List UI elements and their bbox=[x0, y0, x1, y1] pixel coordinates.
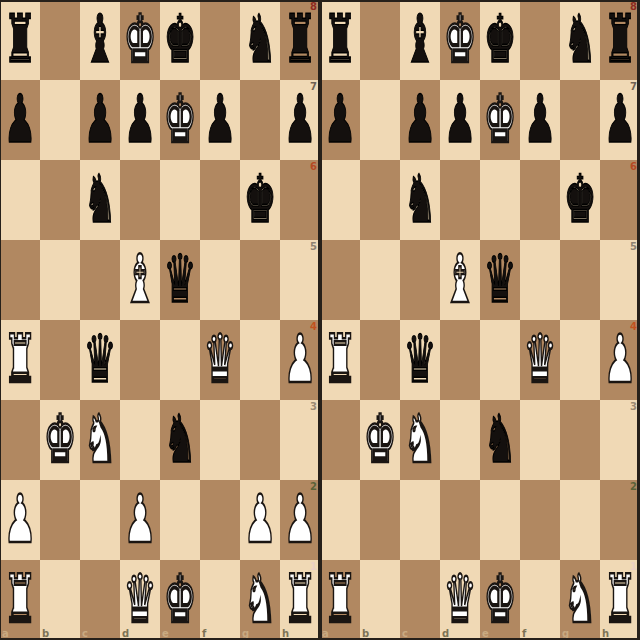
piece-white-king: ♚ bbox=[163, 566, 196, 633]
square-a1[interactable]: ♜a bbox=[320, 560, 360, 640]
square-e7[interactable]: ♚ bbox=[480, 80, 520, 160]
piece-white-queen: ♛ bbox=[523, 326, 556, 393]
square-e6[interactable] bbox=[480, 160, 520, 240]
square-d1[interactable]: ♛d bbox=[120, 560, 160, 640]
square-e8[interactable]: ♚ bbox=[160, 0, 200, 80]
piece-black-queen: ♛ bbox=[163, 246, 196, 313]
piece-white-bishop: ♝ bbox=[123, 246, 156, 313]
piece-black-pawn: ♟ bbox=[83, 86, 116, 153]
square-f7[interactable]: ♟ bbox=[200, 80, 240, 160]
square-f6[interactable] bbox=[520, 160, 560, 240]
square-b7[interactable] bbox=[40, 80, 80, 160]
rank-label-5: 5 bbox=[310, 242, 317, 252]
square-a8[interactable]: ♜ bbox=[0, 0, 40, 80]
square-h1[interactable]: ♜1h bbox=[600, 560, 640, 640]
square-c3[interactable]: ♞ bbox=[80, 400, 120, 480]
square-d2[interactable] bbox=[440, 480, 480, 560]
square-d5[interactable]: ♝ bbox=[440, 240, 480, 320]
piece-black-knight: ♞ bbox=[83, 166, 116, 233]
square-c8[interactable]: ♝ bbox=[400, 0, 440, 80]
piece-white-rook: ♜ bbox=[603, 566, 636, 633]
square-e5[interactable]: ♛ bbox=[480, 240, 520, 320]
square-f5[interactable] bbox=[520, 240, 560, 320]
square-f3[interactable] bbox=[200, 400, 240, 480]
board-divider bbox=[318, 0, 322, 640]
piece-black-knight: ♞ bbox=[403, 166, 436, 233]
rank-label-8: 8 bbox=[630, 2, 637, 12]
rank-label-1: 1 bbox=[630, 562, 637, 572]
rank-label-8: 8 bbox=[310, 2, 317, 12]
piece-white-rook: ♜ bbox=[323, 326, 356, 393]
square-b3[interactable]: ♚ bbox=[40, 400, 80, 480]
square-h7[interactable]: ♟7 bbox=[600, 80, 640, 160]
piece-white-king: ♚ bbox=[43, 406, 76, 473]
square-h7[interactable]: ♟7 bbox=[280, 80, 320, 160]
square-f2[interactable] bbox=[200, 480, 240, 560]
piece-black-pawn: ♟ bbox=[403, 86, 436, 153]
square-a1[interactable]: ♜a bbox=[0, 560, 40, 640]
piece-black-king: ♚ bbox=[243, 166, 276, 233]
rank-label-1: 1 bbox=[310, 562, 317, 572]
square-g3[interactable] bbox=[560, 400, 600, 480]
rank-label-4: 4 bbox=[630, 322, 637, 332]
piece-black-king: ♚ bbox=[563, 166, 596, 233]
square-e4[interactable] bbox=[160, 320, 200, 400]
square-g8[interactable]: ♞ bbox=[240, 0, 280, 80]
piece-black-rook: ♜ bbox=[323, 6, 356, 73]
square-f1[interactable]: f bbox=[520, 560, 560, 640]
piece-white-rook: ♜ bbox=[323, 566, 356, 633]
square-e1[interactable]: ♚e bbox=[480, 560, 520, 640]
piece-black-knight: ♞ bbox=[163, 406, 196, 473]
piece-black-pawn: ♟ bbox=[283, 86, 316, 153]
border-top bbox=[0, 0, 640, 2]
square-c7[interactable]: ♟ bbox=[400, 80, 440, 160]
piece-black-knight: ♞ bbox=[243, 6, 276, 73]
square-c2[interactable] bbox=[80, 480, 120, 560]
square-e2[interactable] bbox=[480, 480, 520, 560]
square-b6[interactable] bbox=[360, 160, 400, 240]
square-d7[interactable]: ♟ bbox=[440, 80, 480, 160]
square-e2[interactable] bbox=[160, 480, 200, 560]
square-e3[interactable]: ♞ bbox=[480, 400, 520, 480]
piece-white-king: ♚ bbox=[123, 6, 156, 73]
square-g7[interactable] bbox=[560, 80, 600, 160]
square-b5[interactable] bbox=[360, 240, 400, 320]
dual-chess-diagram: ♜♝♚♚♞♜8♟♟♟♚♟♟7♞♚6♝♛5♜♛♛♟4♚♞♞3♟♟♟♟2♜abc♛d… bbox=[0, 0, 640, 640]
rank-label-7: 7 bbox=[630, 82, 637, 92]
square-c5[interactable] bbox=[400, 240, 440, 320]
square-a5[interactable] bbox=[0, 240, 40, 320]
square-c3[interactable]: ♞ bbox=[400, 400, 440, 480]
square-g8[interactable]: ♞ bbox=[560, 0, 600, 80]
square-g5[interactable] bbox=[240, 240, 280, 320]
piece-white-queen: ♛ bbox=[203, 326, 236, 393]
square-e3[interactable]: ♞ bbox=[160, 400, 200, 480]
square-c5[interactable] bbox=[80, 240, 120, 320]
square-h3[interactable]: 3 bbox=[600, 400, 640, 480]
square-f5[interactable] bbox=[200, 240, 240, 320]
square-b8[interactable] bbox=[360, 0, 400, 80]
square-g5[interactable] bbox=[560, 240, 600, 320]
piece-black-queen: ♛ bbox=[83, 326, 116, 393]
chess-board-left: ♜♝♚♚♞♜8♟♟♟♚♟♟7♞♚6♝♛5♜♛♛♟4♚♞♞3♟♟♟♟2♜abc♛d… bbox=[0, 0, 320, 640]
rank-label-2: 2 bbox=[310, 482, 317, 492]
square-h1[interactable]: ♜1h bbox=[280, 560, 320, 640]
square-h5[interactable]: 5 bbox=[600, 240, 640, 320]
square-f4[interactable]: ♛ bbox=[520, 320, 560, 400]
square-f6[interactable] bbox=[200, 160, 240, 240]
square-d5[interactable]: ♝ bbox=[120, 240, 160, 320]
piece-white-pawn: ♟ bbox=[243, 486, 276, 553]
square-c8[interactable]: ♝ bbox=[80, 0, 120, 80]
square-a2[interactable] bbox=[320, 480, 360, 560]
square-b2[interactable] bbox=[40, 480, 80, 560]
piece-black-bishop: ♝ bbox=[403, 6, 436, 73]
square-c6[interactable]: ♞ bbox=[80, 160, 120, 240]
piece-black-pawn: ♟ bbox=[523, 86, 556, 153]
square-b2[interactable] bbox=[360, 480, 400, 560]
piece-white-pawn: ♟ bbox=[283, 486, 316, 553]
piece-white-pawn: ♟ bbox=[123, 486, 156, 553]
square-c4[interactable]: ♛ bbox=[80, 320, 120, 400]
square-e7[interactable]: ♚ bbox=[160, 80, 200, 160]
square-a4[interactable]: ♜ bbox=[320, 320, 360, 400]
square-g4[interactable] bbox=[560, 320, 600, 400]
piece-white-bishop: ♝ bbox=[443, 246, 476, 313]
piece-black-bishop: ♝ bbox=[83, 6, 116, 73]
square-e4[interactable] bbox=[480, 320, 520, 400]
square-b8[interactable] bbox=[40, 0, 80, 80]
square-d3[interactable] bbox=[120, 400, 160, 480]
square-h4[interactable]: ♟4 bbox=[600, 320, 640, 400]
piece-white-knight: ♞ bbox=[243, 566, 276, 633]
square-g6[interactable]: ♚ bbox=[560, 160, 600, 240]
square-h6[interactable]: 6 bbox=[280, 160, 320, 240]
square-d8[interactable]: ♚ bbox=[120, 0, 160, 80]
piece-black-pawn: ♟ bbox=[323, 86, 356, 153]
piece-black-pawn: ♟ bbox=[443, 86, 476, 153]
piece-white-rook: ♜ bbox=[3, 566, 36, 633]
piece-black-king: ♚ bbox=[483, 6, 516, 73]
rank-label-6: 6 bbox=[630, 162, 637, 172]
piece-white-pawn: ♟ bbox=[603, 326, 636, 393]
rank-label-3: 3 bbox=[310, 402, 317, 412]
piece-black-pawn: ♟ bbox=[123, 86, 156, 153]
square-h3[interactable]: 3 bbox=[280, 400, 320, 480]
piece-white-queen: ♛ bbox=[123, 566, 156, 633]
square-b1[interactable]: b bbox=[360, 560, 400, 640]
square-d8[interactable]: ♚ bbox=[440, 0, 480, 80]
border-left bbox=[0, 0, 1, 640]
square-a2[interactable]: ♟ bbox=[0, 480, 40, 560]
rank-label-6: 6 bbox=[310, 162, 317, 172]
piece-black-queen: ♛ bbox=[483, 246, 516, 313]
square-c6[interactable]: ♞ bbox=[400, 160, 440, 240]
square-h5[interactable]: 5 bbox=[280, 240, 320, 320]
square-g1[interactable]: ♞g bbox=[240, 560, 280, 640]
chess-board-right: ♜♝♚♚♞♜8♟♟♟♚♟♟7♞♚6♝♛5♜♛♛♟4♚♞♞32♜abc♛d♚ef♞… bbox=[320, 0, 640, 640]
square-g4[interactable] bbox=[240, 320, 280, 400]
square-f1[interactable]: f bbox=[200, 560, 240, 640]
square-c4[interactable]: ♛ bbox=[400, 320, 440, 400]
square-h4[interactable]: ♟4 bbox=[280, 320, 320, 400]
square-b3[interactable]: ♚ bbox=[360, 400, 400, 480]
square-d4[interactable] bbox=[440, 320, 480, 400]
piece-white-knight: ♞ bbox=[563, 566, 596, 633]
square-g3[interactable] bbox=[240, 400, 280, 480]
square-h6[interactable]: 6 bbox=[600, 160, 640, 240]
square-a6[interactable] bbox=[0, 160, 40, 240]
piece-black-pawn: ♟ bbox=[3, 86, 36, 153]
piece-white-rook: ♜ bbox=[3, 326, 36, 393]
square-f3[interactable] bbox=[520, 400, 560, 480]
square-d6[interactable] bbox=[440, 160, 480, 240]
square-a7[interactable]: ♟ bbox=[320, 80, 360, 160]
square-h2[interactable]: 2 bbox=[600, 480, 640, 560]
piece-white-knight: ♞ bbox=[403, 406, 436, 473]
square-e6[interactable] bbox=[160, 160, 200, 240]
square-b7[interactable] bbox=[360, 80, 400, 160]
square-c2[interactable] bbox=[400, 480, 440, 560]
square-a4[interactable]: ♜ bbox=[0, 320, 40, 400]
square-c1[interactable]: c bbox=[400, 560, 440, 640]
square-g2[interactable]: ♟ bbox=[240, 480, 280, 560]
square-a5[interactable] bbox=[320, 240, 360, 320]
piece-white-queen: ♛ bbox=[443, 566, 476, 633]
square-e8[interactable]: ♚ bbox=[480, 0, 520, 80]
square-d7[interactable]: ♟ bbox=[120, 80, 160, 160]
rank-label-5: 5 bbox=[630, 242, 637, 252]
piece-black-knight: ♞ bbox=[563, 6, 596, 73]
square-f8[interactable] bbox=[520, 0, 560, 80]
piece-black-rook: ♜ bbox=[283, 6, 316, 73]
piece-white-king: ♚ bbox=[483, 566, 516, 633]
piece-black-pawn: ♟ bbox=[203, 86, 236, 153]
piece-black-king: ♚ bbox=[163, 6, 196, 73]
square-d4[interactable] bbox=[120, 320, 160, 400]
square-g6[interactable]: ♚ bbox=[240, 160, 280, 240]
rank-label-4: 4 bbox=[310, 322, 317, 332]
square-a3[interactable] bbox=[0, 400, 40, 480]
square-h2[interactable]: ♟2 bbox=[280, 480, 320, 560]
square-g2[interactable] bbox=[560, 480, 600, 560]
piece-black-knight: ♞ bbox=[483, 406, 516, 473]
square-d2[interactable]: ♟ bbox=[120, 480, 160, 560]
square-d1[interactable]: ♛d bbox=[440, 560, 480, 640]
square-b6[interactable] bbox=[40, 160, 80, 240]
rank-label-7: 7 bbox=[310, 82, 317, 92]
piece-white-king: ♚ bbox=[443, 6, 476, 73]
square-b4[interactable] bbox=[40, 320, 80, 400]
square-c7[interactable]: ♟ bbox=[80, 80, 120, 160]
rank-label-2: 2 bbox=[630, 482, 637, 492]
square-f4[interactable]: ♛ bbox=[200, 320, 240, 400]
piece-white-rook: ♜ bbox=[283, 566, 316, 633]
piece-white-king: ♚ bbox=[163, 86, 196, 153]
square-c1[interactable]: c bbox=[80, 560, 120, 640]
square-b1[interactable]: b bbox=[40, 560, 80, 640]
square-a7[interactable]: ♟ bbox=[0, 80, 40, 160]
square-e1[interactable]: ♚e bbox=[160, 560, 200, 640]
square-f2[interactable] bbox=[520, 480, 560, 560]
square-g7[interactable] bbox=[240, 80, 280, 160]
square-h8[interactable]: ♜8 bbox=[600, 0, 640, 80]
square-g1[interactable]: ♞g bbox=[560, 560, 600, 640]
square-f7[interactable]: ♟ bbox=[520, 80, 560, 160]
square-h8[interactable]: ♜8 bbox=[280, 0, 320, 80]
square-a6[interactable] bbox=[320, 160, 360, 240]
square-b4[interactable] bbox=[360, 320, 400, 400]
piece-black-queen: ♛ bbox=[403, 326, 436, 393]
piece-white-king: ♚ bbox=[363, 406, 396, 473]
piece-white-king: ♚ bbox=[483, 86, 516, 153]
piece-white-knight: ♞ bbox=[83, 406, 116, 473]
piece-black-rook: ♜ bbox=[603, 6, 636, 73]
piece-black-rook: ♜ bbox=[3, 6, 36, 73]
square-d6[interactable] bbox=[120, 160, 160, 240]
piece-white-pawn: ♟ bbox=[283, 326, 316, 393]
piece-black-pawn: ♟ bbox=[603, 86, 636, 153]
rank-label-3: 3 bbox=[630, 402, 637, 412]
square-e5[interactable]: ♛ bbox=[160, 240, 200, 320]
square-a3[interactable] bbox=[320, 400, 360, 480]
square-a8[interactable]: ♜ bbox=[320, 0, 360, 80]
piece-white-pawn: ♟ bbox=[3, 486, 36, 553]
square-d3[interactable] bbox=[440, 400, 480, 480]
square-f8[interactable] bbox=[200, 0, 240, 80]
square-b5[interactable] bbox=[40, 240, 80, 320]
